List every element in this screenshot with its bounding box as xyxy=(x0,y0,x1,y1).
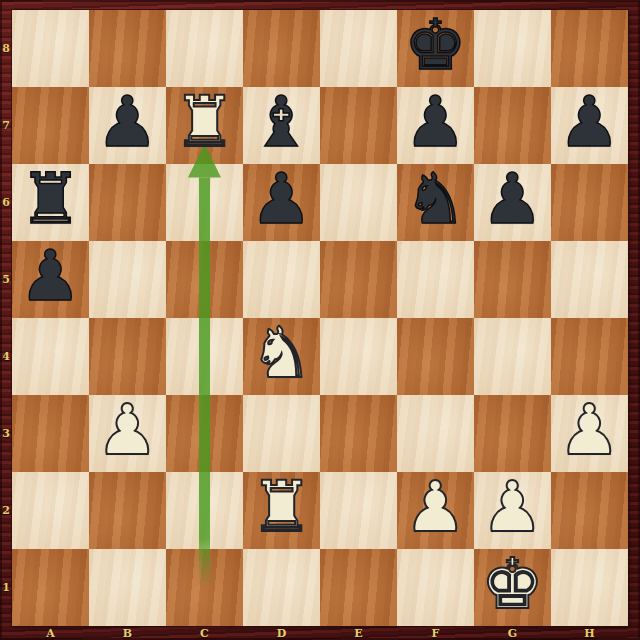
square-c8[interactable] xyxy=(166,10,243,87)
piece-black-rook-a6[interactable]: ♜ xyxy=(12,161,89,238)
square-g5[interactable] xyxy=(474,241,551,318)
piece-white-pawn-g2[interactable]: ♟ xyxy=(474,469,551,546)
square-g8[interactable] xyxy=(474,10,551,87)
rank-label-3: 3 xyxy=(0,395,12,472)
square-a3[interactable] xyxy=(12,395,89,472)
square-h8[interactable] xyxy=(551,10,628,87)
square-c4[interactable] xyxy=(166,318,243,395)
piece-white-rook-d2[interactable]: ♜ xyxy=(243,469,320,546)
square-g7[interactable] xyxy=(474,87,551,164)
file-label-g: G xyxy=(474,626,551,640)
square-d8[interactable] xyxy=(243,10,320,87)
piece-black-pawn-d6[interactable]: ♟ xyxy=(243,161,320,238)
square-e5[interactable] xyxy=(320,241,397,318)
piece-white-king-g1[interactable]: ♚ xyxy=(474,546,551,623)
square-h1[interactable] xyxy=(551,549,628,626)
square-f1[interactable] xyxy=(397,549,474,626)
square-c1[interactable] xyxy=(166,549,243,626)
square-h2[interactable] xyxy=(551,472,628,549)
square-e8[interactable] xyxy=(320,10,397,87)
square-b1[interactable] xyxy=(89,549,166,626)
piece-black-pawn-a5[interactable]: ♟ xyxy=(12,238,89,315)
square-f3[interactable] xyxy=(397,395,474,472)
piece-black-pawn-h7[interactable]: ♟ xyxy=(551,84,628,161)
piece-black-king-f8[interactable]: ♚ xyxy=(397,7,474,84)
piece-white-pawn-h3[interactable]: ♟ xyxy=(551,392,628,469)
square-d1[interactable] xyxy=(243,549,320,626)
square-c6[interactable] xyxy=(166,164,243,241)
file-label-e: E xyxy=(320,626,397,640)
square-e7[interactable] xyxy=(320,87,397,164)
file-label-b: B xyxy=(89,626,166,640)
square-a1[interactable] xyxy=(12,549,89,626)
rank-label-8: 8 xyxy=(0,10,12,87)
piece-white-pawn-f2[interactable]: ♟ xyxy=(397,469,474,546)
square-e2[interactable] xyxy=(320,472,397,549)
chess-app: ♚♟♜♝♟♟♜♟♞♟♟♞♟♟♜♟♟♚ 87654321ABCDEFGH xyxy=(0,0,640,640)
rank-label-5: 5 xyxy=(0,241,12,318)
square-d3[interactable] xyxy=(243,395,320,472)
square-e6[interactable] xyxy=(320,164,397,241)
square-g3[interactable] xyxy=(474,395,551,472)
piece-black-bishop-d7[interactable]: ♝ xyxy=(243,84,320,161)
piece-black-knight-f6[interactable]: ♞ xyxy=(397,161,474,238)
square-e4[interactable] xyxy=(320,318,397,395)
rank-label-1: 1 xyxy=(0,549,12,626)
rank-label-2: 2 xyxy=(0,472,12,549)
square-c5[interactable] xyxy=(166,241,243,318)
file-label-a: A xyxy=(12,626,89,640)
square-d5[interactable] xyxy=(243,241,320,318)
square-e1[interactable] xyxy=(320,549,397,626)
square-h6[interactable] xyxy=(551,164,628,241)
piece-black-pawn-f7[interactable]: ♟ xyxy=(397,84,474,161)
rank-label-4: 4 xyxy=(0,318,12,395)
square-a7[interactable] xyxy=(12,87,89,164)
square-h4[interactable] xyxy=(551,318,628,395)
square-h5[interactable] xyxy=(551,241,628,318)
square-a2[interactable] xyxy=(12,472,89,549)
rank-label-6: 6 xyxy=(0,164,12,241)
square-f4[interactable] xyxy=(397,318,474,395)
file-label-c: C xyxy=(166,626,243,640)
piece-white-pawn-b3[interactable]: ♟ xyxy=(89,392,166,469)
square-c3[interactable] xyxy=(166,395,243,472)
piece-white-knight-d4[interactable]: ♞ xyxy=(243,315,320,392)
square-a4[interactable] xyxy=(12,318,89,395)
file-label-f: F xyxy=(397,626,474,640)
square-g4[interactable] xyxy=(474,318,551,395)
square-b4[interactable] xyxy=(89,318,166,395)
square-c2[interactable] xyxy=(166,472,243,549)
square-a8[interactable] xyxy=(12,10,89,87)
square-f5[interactable] xyxy=(397,241,474,318)
piece-black-pawn-b7[interactable]: ♟ xyxy=(89,84,166,161)
square-b8[interactable] xyxy=(89,10,166,87)
piece-black-pawn-g6[interactable]: ♟ xyxy=(474,161,551,238)
square-b5[interactable] xyxy=(89,241,166,318)
square-b2[interactable] xyxy=(89,472,166,549)
square-e3[interactable] xyxy=(320,395,397,472)
square-b6[interactable] xyxy=(89,164,166,241)
file-label-h: H xyxy=(551,626,628,640)
piece-white-rook-c7[interactable]: ♜ xyxy=(166,84,243,161)
file-label-d: D xyxy=(243,626,320,640)
rank-label-7: 7 xyxy=(0,87,12,164)
